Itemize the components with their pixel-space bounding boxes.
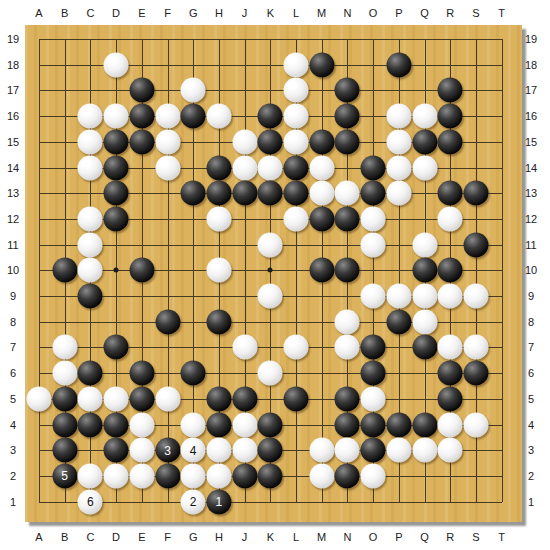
coord-left-15: 15 <box>7 136 19 148</box>
stone-P18 <box>386 52 411 77</box>
stone-C14 <box>78 155 103 180</box>
stone-F5 <box>155 386 180 411</box>
coord-left-16: 16 <box>7 110 19 122</box>
stone-Q8 <box>412 309 437 334</box>
coord-right-19: 19 <box>525 33 537 45</box>
coord-right-14: 14 <box>525 162 537 174</box>
stone-Q4 <box>412 412 437 437</box>
coord-right-4: 4 <box>528 419 534 431</box>
stone-H8 <box>206 309 231 334</box>
stone-D15 <box>104 129 129 154</box>
stone-Q3 <box>412 438 437 463</box>
stone-C11 <box>78 232 103 257</box>
stone-H14 <box>206 155 231 180</box>
coord-top-T: T <box>498 7 505 19</box>
stone-N7 <box>335 335 360 360</box>
move-number-label: 3 <box>164 444 171 456</box>
stone-B4 <box>52 412 77 437</box>
coord-bottom-K: K <box>267 531 274 543</box>
stone-A5 <box>27 386 52 411</box>
stone-Q11 <box>412 232 437 257</box>
stone-F14 <box>155 155 180 180</box>
stone-L5 <box>284 386 309 411</box>
stone-G4 <box>181 412 206 437</box>
stone-Q7 <box>412 335 437 360</box>
stone-R7 <box>438 335 463 360</box>
coord-top-J: J <box>242 7 248 19</box>
coord-left-19: 19 <box>7 33 19 45</box>
stone-M18 <box>309 52 334 77</box>
stone-L12 <box>284 206 309 231</box>
stone-P13 <box>386 181 411 206</box>
stone-G1: 2 <box>181 489 206 514</box>
stone-J4 <box>232 412 257 437</box>
stone-R13 <box>438 181 463 206</box>
coord-right-10: 10 <box>525 264 537 276</box>
coord-top-K: K <box>267 7 274 19</box>
stone-L13 <box>284 181 309 206</box>
coord-left-3: 3 <box>10 444 16 456</box>
stone-B2: 5 <box>52 463 77 488</box>
stone-M12 <box>309 206 334 231</box>
coord-bottom-L: L <box>293 531 299 543</box>
stone-H13 <box>206 181 231 206</box>
stone-F16 <box>155 104 180 129</box>
stone-P8 <box>386 309 411 334</box>
stone-O9 <box>361 284 386 309</box>
stone-N5 <box>335 386 360 411</box>
stone-N4 <box>335 412 360 437</box>
stone-O5 <box>361 386 386 411</box>
stone-R16 <box>438 104 463 129</box>
stone-R6 <box>438 361 463 386</box>
coord-bottom-H: H <box>215 531 223 543</box>
stone-K6 <box>258 361 283 386</box>
stone-O7 <box>361 335 386 360</box>
stone-M15 <box>309 129 334 154</box>
stone-E2 <box>129 463 154 488</box>
coord-top-M: M <box>317 7 326 19</box>
stone-S4 <box>463 412 488 437</box>
coord-left-18: 18 <box>7 59 19 71</box>
move-number-label: 2 <box>190 496 197 508</box>
stone-H12 <box>206 206 231 231</box>
stone-P15 <box>386 129 411 154</box>
stone-M13 <box>309 181 334 206</box>
stone-F3: 3 <box>155 438 180 463</box>
coord-right-12: 12 <box>525 213 537 225</box>
stone-D18 <box>104 52 129 77</box>
stone-E10 <box>129 258 154 283</box>
stone-S9 <box>463 284 488 309</box>
grid-line-horizontal <box>39 502 502 503</box>
coord-left-17: 17 <box>7 84 19 96</box>
stone-D16 <box>104 104 129 129</box>
stone-F2 <box>155 463 180 488</box>
coord-top-P: P <box>395 7 402 19</box>
stone-L14 <box>284 155 309 180</box>
coord-bottom-P: P <box>395 531 402 543</box>
coord-left-12: 12 <box>7 213 19 225</box>
stone-Q16 <box>412 104 437 129</box>
coord-bottom-A: A <box>35 531 42 543</box>
stone-D13 <box>104 181 129 206</box>
coord-right-15: 15 <box>525 136 537 148</box>
stone-K9 <box>258 284 283 309</box>
go-board[interactable]: 345621 <box>25 25 522 522</box>
move-number-label: 5 <box>61 470 68 482</box>
stone-M3 <box>309 438 334 463</box>
stone-C9 <box>78 284 103 309</box>
coord-right-13: 13 <box>525 187 537 199</box>
stone-S11 <box>463 232 488 257</box>
coord-left-14: 14 <box>7 162 19 174</box>
coord-bottom-M: M <box>317 531 326 543</box>
stone-G3: 4 <box>181 438 206 463</box>
coord-bottom-O: O <box>369 531 378 543</box>
coord-left-9: 9 <box>10 290 16 302</box>
coord-bottom-T: T <box>498 531 505 543</box>
stone-B5 <box>52 386 77 411</box>
coord-bottom-R: R <box>446 531 454 543</box>
stone-P16 <box>386 104 411 129</box>
stone-M14 <box>309 155 334 180</box>
star-point <box>114 268 119 273</box>
stone-L17 <box>284 78 309 103</box>
stone-J2 <box>232 463 257 488</box>
coord-bottom-J: J <box>242 531 248 543</box>
stone-E3 <box>129 438 154 463</box>
coord-top-A: A <box>35 7 42 19</box>
stone-E17 <box>129 78 154 103</box>
coord-top-O: O <box>369 7 378 19</box>
stone-D12 <box>104 206 129 231</box>
stone-K4 <box>258 412 283 437</box>
coord-top-Q: Q <box>420 7 429 19</box>
coord-top-B: B <box>61 7 68 19</box>
stone-G13 <box>181 181 206 206</box>
coord-right-5: 5 <box>528 393 534 405</box>
stone-R3 <box>438 438 463 463</box>
coord-left-4: 4 <box>10 419 16 431</box>
coord-right-2: 2 <box>528 470 534 482</box>
stone-P14 <box>386 155 411 180</box>
coord-left-5: 5 <box>10 393 16 405</box>
stone-D4 <box>104 412 129 437</box>
coord-top-S: S <box>472 7 479 19</box>
coord-right-1: 1 <box>528 496 534 508</box>
coord-bottom-B: B <box>61 531 68 543</box>
coord-bottom-D: D <box>112 531 120 543</box>
stone-N16 <box>335 104 360 129</box>
stone-S7 <box>463 335 488 360</box>
coord-bottom-S: S <box>472 531 479 543</box>
coord-top-L: L <box>293 7 299 19</box>
stone-B10 <box>52 258 77 283</box>
stone-B3 <box>52 438 77 463</box>
stone-D7 <box>104 335 129 360</box>
stone-D3 <box>104 438 129 463</box>
coord-bottom-Q: Q <box>420 531 429 543</box>
stone-R15 <box>438 129 463 154</box>
stone-R12 <box>438 206 463 231</box>
stone-S6 <box>463 361 488 386</box>
coord-right-18: 18 <box>525 59 537 71</box>
stone-G16 <box>181 104 206 129</box>
stone-P3 <box>386 438 411 463</box>
stone-N13 <box>335 181 360 206</box>
stone-N10 <box>335 258 360 283</box>
stone-C1: 6 <box>78 489 103 514</box>
stone-M10 <box>309 258 334 283</box>
stone-M2 <box>309 463 334 488</box>
coord-left-6: 6 <box>10 367 16 379</box>
stone-R5 <box>438 386 463 411</box>
stone-S13 <box>463 181 488 206</box>
coord-right-3: 3 <box>528 444 534 456</box>
move-number-label: 1 <box>216 496 223 508</box>
coord-bottom-F: F <box>164 531 171 543</box>
stone-K3 <box>258 438 283 463</box>
stone-E6 <box>129 361 154 386</box>
stone-R17 <box>438 78 463 103</box>
stone-L7 <box>284 335 309 360</box>
stone-G2 <box>181 463 206 488</box>
coord-bottom-C: C <box>86 531 94 543</box>
stone-D2 <box>104 463 129 488</box>
coord-right-16: 16 <box>525 110 537 122</box>
stone-R4 <box>438 412 463 437</box>
coord-top-E: E <box>138 7 145 19</box>
stone-Q14 <box>412 155 437 180</box>
stone-N17 <box>335 78 360 103</box>
coord-left-11: 11 <box>7 239 18 251</box>
coord-bottom-E: E <box>138 531 145 543</box>
coord-bottom-G: G <box>189 531 198 543</box>
stone-L16 <box>284 104 309 129</box>
stone-H16 <box>206 104 231 129</box>
coord-top-R: R <box>446 7 454 19</box>
stone-E4 <box>129 412 154 437</box>
stone-C10 <box>78 258 103 283</box>
coord-right-11: 11 <box>525 239 536 251</box>
stone-C16 <box>78 104 103 129</box>
stone-Q10 <box>412 258 437 283</box>
stone-O13 <box>361 181 386 206</box>
stone-J14 <box>232 155 257 180</box>
stone-P4 <box>386 412 411 437</box>
stone-K16 <box>258 104 283 129</box>
stone-C5 <box>78 386 103 411</box>
stone-H5 <box>206 386 231 411</box>
stone-O4 <box>361 412 386 437</box>
stone-C2 <box>78 463 103 488</box>
stone-N3 <box>335 438 360 463</box>
stone-H3 <box>206 438 231 463</box>
stone-Q9 <box>412 284 437 309</box>
stone-B7 <box>52 335 77 360</box>
stone-C6 <box>78 361 103 386</box>
stone-J3 <box>232 438 257 463</box>
stone-H1: 1 <box>206 489 231 514</box>
coord-left-1: 1 <box>10 496 16 508</box>
coord-left-8: 8 <box>10 316 16 328</box>
coord-top-N: N <box>343 7 351 19</box>
coord-left-7: 7 <box>10 341 16 353</box>
stone-F8 <box>155 309 180 334</box>
stone-H10 <box>206 258 231 283</box>
coord-left-2: 2 <box>10 470 16 482</box>
stone-O2 <box>361 463 386 488</box>
stone-E5 <box>129 386 154 411</box>
move-number-label: 6 <box>87 496 94 508</box>
stone-N15 <box>335 129 360 154</box>
coord-left-10: 10 <box>7 264 19 276</box>
stone-J7 <box>232 335 257 360</box>
stone-N12 <box>335 206 360 231</box>
stone-O3 <box>361 438 386 463</box>
stone-D14 <box>104 155 129 180</box>
stone-E15 <box>129 129 154 154</box>
stone-C12 <box>78 206 103 231</box>
stone-O12 <box>361 206 386 231</box>
coord-right-7: 7 <box>528 341 534 353</box>
coord-top-G: G <box>189 7 198 19</box>
stone-K15 <box>258 129 283 154</box>
stone-K14 <box>258 155 283 180</box>
grid-line-vertical <box>502 39 503 502</box>
stone-K11 <box>258 232 283 257</box>
stone-N2 <box>335 463 360 488</box>
star-point <box>268 268 273 273</box>
coord-right-6: 6 <box>528 367 534 379</box>
stone-R10 <box>438 258 463 283</box>
stone-H2 <box>206 463 231 488</box>
stone-H4 <box>206 412 231 437</box>
stone-L18 <box>284 52 309 77</box>
stone-G17 <box>181 78 206 103</box>
coord-bottom-N: N <box>343 531 351 543</box>
stone-J15 <box>232 129 257 154</box>
stone-P9 <box>386 284 411 309</box>
stone-K2 <box>258 463 283 488</box>
stone-J5 <box>232 386 257 411</box>
coord-top-D: D <box>112 7 120 19</box>
coord-top-H: H <box>215 7 223 19</box>
stone-J13 <box>232 181 257 206</box>
stone-C15 <box>78 129 103 154</box>
coord-top-F: F <box>164 7 171 19</box>
coord-right-9: 9 <box>528 290 534 302</box>
stone-O6 <box>361 361 386 386</box>
stone-Q15 <box>412 129 437 154</box>
stone-E16 <box>129 104 154 129</box>
stone-B6 <box>52 361 77 386</box>
coord-left-13: 13 <box>7 187 19 199</box>
coord-right-17: 17 <box>525 84 537 96</box>
stone-R9 <box>438 284 463 309</box>
stone-N8 <box>335 309 360 334</box>
stone-L15 <box>284 129 309 154</box>
stone-F15 <box>155 129 180 154</box>
move-number-label: 4 <box>190 444 197 456</box>
stone-O14 <box>361 155 386 180</box>
stone-D5 <box>104 386 129 411</box>
stone-C4 <box>78 412 103 437</box>
stone-K13 <box>258 181 283 206</box>
coord-top-C: C <box>86 7 94 19</box>
stone-G6 <box>181 361 206 386</box>
stone-O11 <box>361 232 386 257</box>
go-game-screenshot: { "game": "go", "board_size": 19, "coord… <box>0 0 550 550</box>
coord-right-8: 8 <box>528 316 534 328</box>
